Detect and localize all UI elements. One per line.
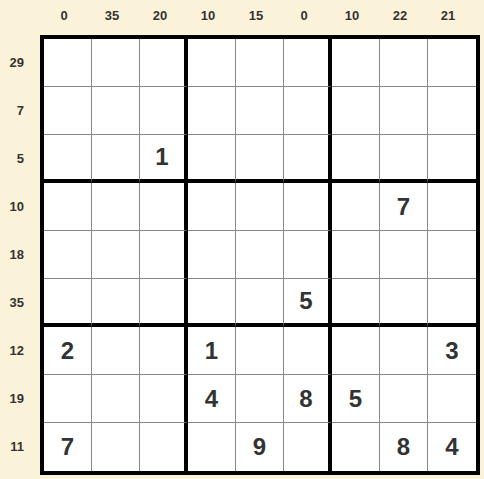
column-clue-9: 21 [424,7,472,25]
cell-r6c4[interactable] [188,279,236,327]
cell-r3c7[interactable] [332,135,380,183]
cell-r8c7[interactable]: 5 [332,375,380,423]
cell-r8c5[interactable] [236,375,284,423]
cell-r7c9[interactable]: 3 [428,327,476,375]
column-clue-1: 0 [40,7,88,25]
cell-r2c4[interactable] [188,87,236,135]
row-clue-3: 5 [0,135,24,183]
cell-r2c3[interactable] [140,87,188,135]
cell-r8c9[interactable] [428,375,476,423]
cell-r5c6[interactable] [284,231,332,279]
column-clue-2: 35 [88,7,136,25]
cell-r9c5[interactable]: 9 [236,423,284,471]
cell-r2c2[interactable] [92,87,140,135]
cell-r9c9[interactable]: 4 [428,423,476,471]
cell-r4c9[interactable] [428,183,476,231]
cell-r6c6[interactable]: 5 [284,279,332,327]
cell-r7c5[interactable] [236,327,284,375]
cell-r1c3[interactable] [140,39,188,87]
cell-r7c3[interactable] [140,327,188,375]
cell-r8c3[interactable] [140,375,188,423]
column-clue-6: 0 [280,7,328,25]
cell-r6c5[interactable] [236,279,284,327]
row-clue-4: 10 [0,183,24,231]
cell-r1c2[interactable] [92,39,140,87]
cell-r5c9[interactable] [428,231,476,279]
cell-r8c4[interactable]: 4 [188,375,236,423]
puzzle-page: 0352010150102221 2975101835121911 175213… [0,0,484,479]
row-clue-5: 18 [0,231,24,279]
cell-r6c8[interactable] [380,279,428,327]
cell-r5c7[interactable] [332,231,380,279]
cell-r9c4[interactable] [188,423,236,471]
row-clue-1: 29 [0,39,24,87]
cell-r8c2[interactable] [92,375,140,423]
cell-r5c1[interactable] [44,231,92,279]
cell-r1c1[interactable] [44,39,92,87]
cell-r7c6[interactable] [284,327,332,375]
column-clue-3: 20 [136,7,184,25]
cell-r4c3[interactable] [140,183,188,231]
column-clue-4: 10 [184,7,232,25]
cell-r3c3[interactable]: 1 [140,135,188,183]
cell-r8c8[interactable] [380,375,428,423]
cell-r7c4[interactable]: 1 [188,327,236,375]
row-clue-6: 35 [0,279,24,327]
sudoku-board: 1752134857984 [40,35,480,475]
cell-r3c1[interactable] [44,135,92,183]
cell-r7c1[interactable]: 2 [44,327,92,375]
cell-r1c8[interactable] [380,39,428,87]
cell-r4c1[interactable] [44,183,92,231]
cell-r5c2[interactable] [92,231,140,279]
cell-r3c8[interactable] [380,135,428,183]
cell-r9c8[interactable]: 8 [380,423,428,471]
row-clue-9: 11 [0,423,24,471]
cell-r4c2[interactable] [92,183,140,231]
column-clue-8: 22 [376,7,424,25]
cell-r5c4[interactable] [188,231,236,279]
cell-r7c8[interactable] [380,327,428,375]
cell-r6c2[interactable] [92,279,140,327]
cell-r3c5[interactable] [236,135,284,183]
cell-r1c9[interactable] [428,39,476,87]
cell-r2c1[interactable] [44,87,92,135]
cell-r4c4[interactable] [188,183,236,231]
cell-r9c1[interactable]: 7 [44,423,92,471]
cell-r5c8[interactable] [380,231,428,279]
row-clue-2: 7 [0,87,24,135]
cell-r3c9[interactable] [428,135,476,183]
cell-r2c5[interactable] [236,87,284,135]
cell-r7c7[interactable] [332,327,380,375]
row-clue-8: 19 [0,375,24,423]
row-clue-7: 12 [0,327,24,375]
cell-r4c8[interactable]: 7 [380,183,428,231]
cell-r6c9[interactable] [428,279,476,327]
cell-r6c7[interactable] [332,279,380,327]
cell-r2c9[interactable] [428,87,476,135]
cell-r2c6[interactable] [284,87,332,135]
cell-r1c7[interactable] [332,39,380,87]
cell-r6c1[interactable] [44,279,92,327]
cell-r4c6[interactable] [284,183,332,231]
cell-r7c2[interactable] [92,327,140,375]
cell-r3c2[interactable] [92,135,140,183]
cell-r1c5[interactable] [236,39,284,87]
cell-r1c6[interactable] [284,39,332,87]
column-clue-5: 15 [232,7,280,25]
cell-r9c3[interactable] [140,423,188,471]
cell-r4c7[interactable] [332,183,380,231]
cell-r5c3[interactable] [140,231,188,279]
cell-r2c7[interactable] [332,87,380,135]
cell-r3c4[interactable] [188,135,236,183]
cell-r4c5[interactable] [236,183,284,231]
cell-r9c6[interactable] [284,423,332,471]
cell-r9c2[interactable] [92,423,140,471]
cell-r1c4[interactable] [188,39,236,87]
cell-r5c5[interactable] [236,231,284,279]
cell-r8c6[interactable]: 8 [284,375,332,423]
cell-r8c1[interactable] [44,375,92,423]
column-clue-7: 10 [328,7,376,25]
cell-r2c8[interactable] [380,87,428,135]
cell-r6c3[interactable] [140,279,188,327]
cell-r3c6[interactable] [284,135,332,183]
cell-r9c7[interactable] [332,423,380,471]
